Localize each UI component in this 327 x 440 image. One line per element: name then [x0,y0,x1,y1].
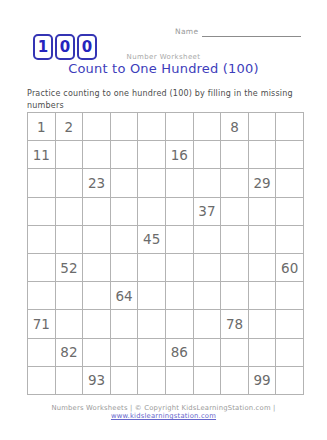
grid-cell-blank[interactable] [276,169,304,197]
grid-cell-blank[interactable] [221,254,249,282]
grid-cell-blank[interactable] [249,254,277,282]
grid-cell-blank[interactable] [56,198,84,226]
grid-cell-blank[interactable] [221,339,249,367]
grid-cell-blank[interactable] [56,169,84,197]
grid-cell-blank[interactable] [166,254,194,282]
grid-cell-blank[interactable] [194,339,222,367]
grid-cell-given: 23 [83,169,111,197]
grid-cell-given: 99 [249,367,277,395]
grid-cell-blank[interactable] [249,282,277,310]
grid-cell-blank[interactable] [138,339,166,367]
grid-cell-given: 82 [56,339,84,367]
footer-text: Numbers Worksheets | © Copyright KidsLea… [51,404,275,412]
grid-cell-blank[interactable] [138,169,166,197]
grid-cell-blank[interactable] [83,254,111,282]
name-row: Name [175,27,301,37]
grid-cell-blank[interactable] [221,198,249,226]
grid-cell-blank[interactable] [138,141,166,169]
grid-cell-blank[interactable] [111,339,139,367]
grid-cell-blank[interactable] [111,226,139,254]
grid-cell-blank[interactable] [276,367,304,395]
grid-cell-given: 2 [56,113,84,141]
grid-cell-given: 11 [28,141,56,169]
grid-cell-blank[interactable] [166,113,194,141]
grid-cell-blank[interactable] [138,310,166,338]
grid-cell-blank[interactable] [166,282,194,310]
grid-cell-given: 93 [83,367,111,395]
grid-cell-blank[interactable] [221,367,249,395]
grid-cell-given: 60 [276,254,304,282]
grid-cell-blank[interactable] [56,310,84,338]
grid-cell-blank[interactable] [138,198,166,226]
grid-cell-blank[interactable] [221,226,249,254]
grid-cell-blank[interactable] [276,141,304,169]
worksheet-category-label: Number Worksheet [0,53,327,61]
grid-cell-blank[interactable] [138,113,166,141]
grid-cell-blank[interactable] [28,367,56,395]
grid-cell-given: 16 [166,141,194,169]
grid-cell-blank[interactable] [83,226,111,254]
grid-cell-blank[interactable] [194,254,222,282]
grid-cell-blank[interactable] [194,226,222,254]
name-label: Name [175,27,198,37]
grid-cell-blank[interactable] [83,141,111,169]
grid-cell-blank[interactable] [276,339,304,367]
grid-cell-given: 37 [194,198,222,226]
grid-cell-given: 71 [28,310,56,338]
grid-cell-given: 86 [166,339,194,367]
grid-cell-blank[interactable] [249,113,277,141]
grid-cell-blank[interactable] [194,367,222,395]
footer: Numbers Worksheets | © Copyright KidsLea… [0,404,327,420]
grid-cell-given: 52 [56,254,84,282]
grid-cell-blank[interactable] [111,169,139,197]
grid-cell-blank[interactable] [221,169,249,197]
grid-cell-blank[interactable] [166,226,194,254]
grid-cell-blank[interactable] [28,282,56,310]
grid-cell-blank[interactable] [111,367,139,395]
grid-cell-blank[interactable] [111,198,139,226]
page-title: Count to One Hundred (100) [0,61,327,76]
grid-cell-blank[interactable] [28,198,56,226]
footer-link[interactable]: www.kidslearningstation.com [111,412,216,420]
grid-cell-blank[interactable] [194,141,222,169]
grid-cell-blank[interactable] [249,198,277,226]
grid-cell-blank[interactable] [166,310,194,338]
grid-cell-blank[interactable] [111,141,139,169]
grid-cell-blank[interactable] [221,282,249,310]
grid-cell-blank[interactable] [166,367,194,395]
grid-cell-blank[interactable] [166,198,194,226]
grid-cell-blank[interactable] [83,198,111,226]
grid-cell-blank[interactable] [111,254,139,282]
grid-cell-blank[interactable] [276,226,304,254]
grid-cell-blank[interactable] [221,141,249,169]
grid-cell-blank[interactable] [276,113,304,141]
worksheet-grid: 128111623293745526064717882869399 [27,112,304,395]
grid-cell-blank[interactable] [249,141,277,169]
grid-cell-given: 8 [221,113,249,141]
grid-cell-blank[interactable] [56,367,84,395]
grid-cell-blank[interactable] [83,282,111,310]
instructions-line1: Practice counting to one hundred (100) b… [27,89,293,110]
grid-cell-blank[interactable] [28,339,56,367]
grid-cell-blank[interactable] [56,226,84,254]
grid-cell-given: 45 [138,226,166,254]
grid-cell-blank[interactable] [111,113,139,141]
grid-cell-given: 64 [111,282,139,310]
grid-cell-blank[interactable] [83,113,111,141]
grid-cell-blank[interactable] [138,254,166,282]
grid-cell-blank[interactable] [194,113,222,141]
grid-cell-blank[interactable] [28,169,56,197]
grid-cell-given: 78 [221,310,249,338]
grid-cell-blank[interactable] [111,310,139,338]
grid-cell-blank[interactable] [28,254,56,282]
grid-cell-blank[interactable] [194,282,222,310]
grid-cell-blank[interactable] [194,310,222,338]
grid-cell-blank[interactable] [249,310,277,338]
grid-cell-blank[interactable] [276,198,304,226]
name-fill-in-line[interactable] [202,28,301,37]
grid-cell-blank[interactable] [249,339,277,367]
grid-cell-blank[interactable] [194,169,222,197]
grid-cell-blank[interactable] [276,282,304,310]
grid-cell-blank[interactable] [138,282,166,310]
grid-cell-blank[interactable] [56,282,84,310]
grid-cell-blank[interactable] [166,169,194,197]
grid-cell-given: 29 [249,169,277,197]
grid-cell-blank[interactable] [249,226,277,254]
grid-cell-blank[interactable] [56,141,84,169]
grid-cell-blank[interactable] [276,310,304,338]
grid-cell-blank[interactable] [28,226,56,254]
grid-cell-blank[interactable] [83,310,111,338]
grid-cell-given: 1 [28,113,56,141]
grid-cell-blank[interactable] [138,367,166,395]
grid-cell-blank[interactable] [83,339,111,367]
